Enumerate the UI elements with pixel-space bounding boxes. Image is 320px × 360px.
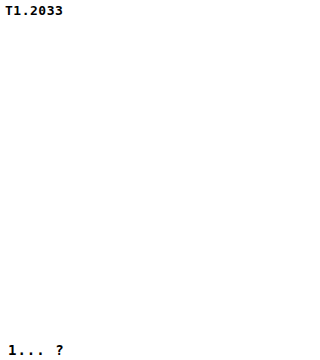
chess-board — [0, 20, 320, 340]
move-prompt: 1... ? — [0, 340, 320, 360]
puzzle-title: T1.2033 — [0, 0, 320, 20]
chess-puzzle-app: T1.2033 1... ? — [0, 0, 320, 360]
